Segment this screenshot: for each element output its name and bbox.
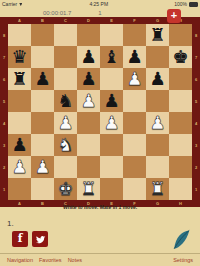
rank-label: 7 (192, 46, 200, 68)
board-frame-corner (0, 17, 8, 24)
square-h7[interactable]: ♚ (169, 46, 192, 68)
square-c4[interactable]: ♟ (54, 112, 77, 134)
square-c2[interactable] (54, 156, 77, 178)
file-label: G (146, 17, 169, 24)
square-f4[interactable] (123, 112, 146, 134)
square-d6[interactable]: ♟ (77, 68, 100, 90)
square-h6[interactable] (169, 68, 192, 90)
toolbar-item-notes[interactable]: Notes (68, 257, 82, 263)
toolbar-item-favorites[interactable]: Favorites (39, 257, 62, 263)
rank-label: 5 (192, 90, 200, 112)
file-label: A (8, 17, 31, 24)
square-a2[interactable]: ♟ (8, 156, 31, 178)
file-label: D (77, 17, 100, 24)
twitter-icon (35, 234, 46, 245)
app-screen: Carrier 4:25 PM 100% 00:00:01.7 1 + ABCD… (0, 0, 200, 266)
bottom-toolbar: Navigation Favorites Notes Settings (0, 253, 200, 266)
square-e8[interactable] (100, 24, 123, 46)
square-a4[interactable] (8, 112, 31, 134)
square-e4[interactable]: ♟ (100, 112, 123, 134)
square-f3[interactable] (123, 134, 146, 156)
square-e1[interactable] (100, 178, 123, 200)
square-b4[interactable] (31, 112, 54, 134)
square-b8[interactable] (31, 24, 54, 46)
square-e2[interactable] (100, 156, 123, 178)
square-c1[interactable]: ♚ (54, 178, 77, 200)
puzzle-prompt: White to move. Mate in 1 move. (0, 204, 200, 210)
square-h5[interactable] (169, 90, 192, 112)
rank-label: 1 (192, 178, 200, 200)
square-e6[interactable] (100, 68, 123, 90)
square-b6[interactable]: ♟ (31, 68, 54, 90)
square-g3[interactable] (146, 134, 169, 156)
file-label: E (100, 17, 123, 24)
piece-white-p[interactable]: ♟ (54, 112, 77, 134)
square-c3[interactable]: ♞ (54, 134, 77, 156)
battery-percent: 100% (174, 1, 187, 7)
square-g8[interactable]: ♜ (146, 24, 169, 46)
square-h2[interactable] (169, 156, 192, 178)
rank-label: 5 (0, 90, 8, 112)
square-f2[interactable] (123, 156, 146, 178)
square-f6[interactable]: ♟ (123, 68, 146, 90)
piece-white-p[interactable]: ♟ (123, 68, 146, 90)
rank-label: 8 (0, 24, 8, 46)
piece-white-p[interactable]: ♟ (77, 90, 100, 112)
square-b5[interactable] (31, 90, 54, 112)
square-g4[interactable]: ♟ (146, 112, 169, 134)
toolbar-item-navigation[interactable]: Navigation (7, 257, 33, 263)
square-e3[interactable] (100, 134, 123, 156)
piece-white-n[interactable]: ♞ (54, 134, 77, 156)
facebook-icon: f (18, 231, 23, 247)
status-bar: Carrier 4:25 PM 100% (0, 0, 200, 8)
square-f5[interactable] (123, 90, 146, 112)
square-d2[interactable] (77, 156, 100, 178)
piece-white-r[interactable]: ♜ (77, 178, 100, 200)
square-d1[interactable]: ♜ (77, 178, 100, 200)
square-a8[interactable] (8, 24, 31, 46)
square-g6[interactable]: ♟ (146, 68, 169, 90)
square-c8[interactable] (54, 24, 77, 46)
chess-board: ABCDEFGH8♜87♛♟♝♟♚76♜♟♟♟♟65♞♟♟54♟♟♟43♟♞32… (0, 17, 200, 207)
square-d7[interactable]: ♟ (77, 46, 100, 68)
rank-label: 4 (0, 112, 8, 134)
rank-label: 3 (192, 134, 200, 156)
feather-quill-icon (170, 228, 192, 253)
rank-label: 6 (192, 68, 200, 90)
piece-black-r[interactable]: ♜ (146, 24, 169, 46)
piece-black-p[interactable]: ♟ (123, 46, 146, 68)
piece-white-p[interactable]: ♟ (8, 156, 31, 178)
piece-white-p[interactable]: ♟ (100, 112, 123, 134)
wifi-icon (18, 2, 23, 6)
piece-black-p[interactable]: ♟ (31, 68, 54, 90)
move-list: 1. (7, 219, 14, 228)
file-label: C (54, 17, 77, 24)
square-h3[interactable] (169, 134, 192, 156)
piece-black-b[interactable]: ♝ (100, 46, 123, 68)
piece-black-p[interactable]: ♟ (77, 46, 100, 68)
rank-label: 2 (192, 156, 200, 178)
square-f8[interactable] (123, 24, 146, 46)
rank-label: 1 (0, 178, 8, 200)
square-e7[interactable]: ♝ (100, 46, 123, 68)
piece-white-k[interactable]: ♚ (54, 178, 77, 200)
piece-black-r[interactable]: ♜ (8, 68, 31, 90)
square-g5[interactable] (146, 90, 169, 112)
square-e5[interactable]: ♟ (100, 90, 123, 112)
square-c7[interactable] (54, 46, 77, 68)
square-d3[interactable] (77, 134, 100, 156)
rank-label: 2 (0, 156, 8, 178)
piece-black-k[interactable]: ♚ (169, 46, 192, 68)
piece-white-p[interactable]: ♟ (146, 112, 169, 134)
square-f1[interactable] (123, 178, 146, 200)
square-a1[interactable] (8, 178, 31, 200)
piece-black-p[interactable]: ♟ (146, 68, 169, 90)
square-a7[interactable]: ♛ (8, 46, 31, 68)
square-g7[interactable] (146, 46, 169, 68)
piece-black-p[interactable]: ♟ (8, 134, 31, 156)
rank-label: 6 (0, 68, 8, 90)
square-h8[interactable] (169, 24, 192, 46)
square-c6[interactable] (54, 68, 77, 90)
add-button[interactable]: + (167, 9, 181, 23)
board-frame-corner (192, 17, 200, 24)
square-b3[interactable] (31, 134, 54, 156)
square-g1[interactable]: ♜ (146, 178, 169, 200)
piece-black-p[interactable]: ♟ (100, 90, 123, 112)
square-b7[interactable] (31, 46, 54, 68)
piece-black-p[interactable]: ♟ (77, 68, 100, 90)
square-b1[interactable] (31, 178, 54, 200)
square-d4[interactable] (77, 112, 100, 134)
rank-label: 4 (192, 112, 200, 134)
rank-label: 7 (0, 46, 8, 68)
square-c5[interactable]: ♞ (54, 90, 77, 112)
rank-label: 8 (192, 24, 200, 46)
toolbar-item-settings[interactable]: Settings (173, 257, 193, 263)
square-a3[interactable]: ♟ (8, 134, 31, 156)
battery-icon (189, 2, 198, 7)
piece-white-p[interactable]: ♟ (31, 156, 54, 178)
square-g2[interactable] (146, 156, 169, 178)
square-h4[interactable] (169, 112, 192, 134)
piece-white-r[interactable]: ♜ (146, 178, 169, 200)
square-a5[interactable] (8, 90, 31, 112)
square-b2[interactable]: ♟ (31, 156, 54, 178)
carrier-label: Carrier (2, 1, 17, 7)
piece-black-n[interactable]: ♞ (54, 90, 77, 112)
twitter-share-button[interactable] (32, 231, 48, 247)
clock-label: 4:25 PM (89, 1, 108, 7)
rank-label: 3 (0, 134, 8, 156)
file-label: B (31, 17, 54, 24)
square-h1[interactable] (169, 178, 192, 200)
square-d8[interactable] (77, 24, 100, 46)
square-a6[interactable]: ♜ (8, 68, 31, 90)
facebook-share-button[interactable]: f (12, 231, 28, 247)
square-f7[interactable]: ♟ (123, 46, 146, 68)
square-d5[interactable]: ♟ (77, 90, 100, 112)
file-label: F (123, 17, 146, 24)
piece-black-q[interactable]: ♛ (8, 46, 31, 68)
